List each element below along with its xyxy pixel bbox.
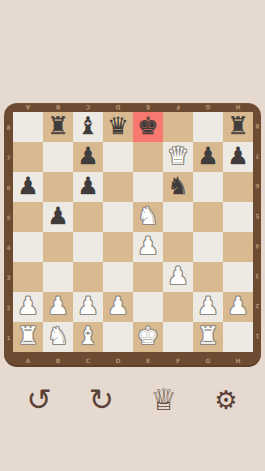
- rank-labels-right: 87654321: [253, 112, 262, 352]
- square-g7[interactable]: ♟: [193, 142, 223, 172]
- undo-icon: ↺: [26, 380, 51, 420]
- square-a7[interactable]: [13, 142, 43, 172]
- file-labels-bottom: ABCDEFGH: [13, 354, 253, 366]
- square-d5[interactable]: [103, 202, 133, 232]
- piece-white-bishop: ♝: [77, 321, 99, 351]
- square-b2[interactable]: ♟: [43, 292, 73, 322]
- square-a3[interactable]: [13, 262, 43, 292]
- square-g1[interactable]: ♜: [193, 322, 223, 352]
- undo-button[interactable]: ↺: [21, 380, 57, 420]
- square-f5[interactable]: [163, 202, 193, 232]
- piece-white-pawn: ♟: [47, 291, 69, 321]
- square-b8[interactable]: ♜: [43, 112, 73, 142]
- square-f2[interactable]: [163, 292, 193, 322]
- app-screen: ABCDEFGH 87654321 87654321 ♜♝♛♚♜♟♛♟♟♟♟♞♟…: [0, 0, 265, 471]
- square-c5[interactable]: [73, 202, 103, 232]
- square-d7[interactable]: [103, 142, 133, 172]
- square-f8[interactable]: [163, 112, 193, 142]
- piece-black-bishop: ♝: [77, 111, 99, 141]
- square-h4[interactable]: [223, 232, 253, 262]
- square-h8[interactable]: ♜: [223, 112, 253, 142]
- square-h3[interactable]: [223, 262, 253, 292]
- rank-labels-left: 87654321: [4, 112, 13, 352]
- piece-black-king: ♚: [137, 111, 159, 141]
- settings-icon: ⚙: [214, 380, 237, 420]
- square-c6[interactable]: ♟: [73, 172, 103, 202]
- settings-button[interactable]: ⚙: [208, 380, 244, 420]
- rank-label-left-5: 5: [4, 202, 13, 232]
- file-label-top-g: G: [193, 103, 223, 112]
- square-e5[interactable]: ♞: [133, 202, 163, 232]
- square-a1[interactable]: ♜: [13, 322, 43, 352]
- square-d4[interactable]: [103, 232, 133, 262]
- rank-label-right-8: 8: [253, 112, 262, 142]
- piece-white-rook: ♜: [197, 321, 219, 351]
- file-label-top-f: F: [163, 103, 193, 112]
- crown-icon: ♕: [150, 380, 177, 420]
- square-f4[interactable]: [163, 232, 193, 262]
- piece-black-pawn: ♟: [197, 141, 219, 171]
- file-label-bottom-g: G: [193, 354, 223, 366]
- rank-label-right-2: 2: [253, 292, 262, 322]
- chess-board: ABCDEFGH 87654321 87654321 ♜♝♛♚♜♟♛♟♟♟♟♞♟…: [4, 103, 261, 367]
- square-g6[interactable]: [193, 172, 223, 202]
- piece-black-knight: ♞: [167, 171, 189, 201]
- piece-black-pawn: ♟: [227, 141, 249, 171]
- square-b1[interactable]: ♞: [43, 322, 73, 352]
- square-b7[interactable]: [43, 142, 73, 172]
- square-g4[interactable]: [193, 232, 223, 262]
- redo-button[interactable]: ↻: [83, 380, 119, 420]
- square-d2[interactable]: ♟: [103, 292, 133, 322]
- board-grid: ♜♝♛♚♜♟♛♟♟♟♟♞♟♞♟♟♟♟♟♟♟♟♜♞♝♚♜: [13, 112, 253, 352]
- square-f1[interactable]: [163, 322, 193, 352]
- square-d6[interactable]: [103, 172, 133, 202]
- rank-label-right-3: 3: [253, 262, 262, 292]
- square-e1[interactable]: ♚: [133, 322, 163, 352]
- piece-white-knight: ♞: [47, 321, 69, 351]
- file-label-bottom-f: F: [163, 354, 193, 366]
- piece-white-queen: ♛: [167, 141, 189, 171]
- piece-black-pawn: ♟: [77, 141, 99, 171]
- rank-label-left-4: 4: [4, 232, 13, 262]
- piece-white-pawn: ♟: [77, 291, 99, 321]
- square-h5[interactable]: [223, 202, 253, 232]
- redo-icon: ↻: [89, 380, 114, 420]
- rank-label-left-7: 7: [4, 142, 13, 172]
- piece-white-pawn: ♟: [137, 231, 159, 261]
- rank-label-right-6: 6: [253, 172, 262, 202]
- crown-button[interactable]: ♕: [146, 380, 182, 420]
- square-g2[interactable]: ♟: [193, 292, 223, 322]
- piece-black-rook: ♜: [227, 111, 249, 141]
- piece-black-pawn: ♟: [17, 171, 39, 201]
- square-d8[interactable]: ♛: [103, 112, 133, 142]
- square-f6[interactable]: ♞: [163, 172, 193, 202]
- square-b3[interactable]: [43, 262, 73, 292]
- rank-label-right-4: 4: [253, 232, 262, 262]
- square-e3[interactable]: [133, 262, 163, 292]
- square-e6[interactable]: [133, 172, 163, 202]
- square-a5[interactable]: [13, 202, 43, 232]
- piece-white-rook: ♜: [17, 321, 39, 351]
- file-label-bottom-a: A: [13, 354, 43, 366]
- square-e4[interactable]: ♟: [133, 232, 163, 262]
- square-c8[interactable]: ♝: [73, 112, 103, 142]
- file-label-bottom-c: C: [73, 354, 103, 366]
- square-a4[interactable]: [13, 232, 43, 262]
- piece-black-rook: ♜: [47, 111, 69, 141]
- square-e8[interactable]: ♚: [133, 112, 163, 142]
- rank-label-left-3: 3: [4, 262, 13, 292]
- square-c1[interactable]: ♝: [73, 322, 103, 352]
- piece-white-pawn: ♟: [107, 291, 129, 321]
- square-a8[interactable]: [13, 112, 43, 142]
- square-g8[interactable]: [193, 112, 223, 142]
- rank-label-right-5: 5: [253, 202, 262, 232]
- piece-black-pawn: ♟: [47, 201, 69, 231]
- square-d1[interactable]: [103, 322, 133, 352]
- file-label-bottom-h: H: [223, 354, 253, 366]
- square-h6[interactable]: [223, 172, 253, 202]
- square-b6[interactable]: [43, 172, 73, 202]
- piece-white-knight: ♞: [137, 201, 159, 231]
- square-h7[interactable]: ♟: [223, 142, 253, 172]
- piece-white-pawn: ♟: [227, 291, 249, 321]
- file-label-bottom-b: B: [43, 354, 73, 366]
- square-c3[interactable]: [73, 262, 103, 292]
- square-a2[interactable]: ♟: [13, 292, 43, 322]
- square-g3[interactable]: [193, 262, 223, 292]
- square-d3[interactable]: [103, 262, 133, 292]
- rank-label-right-1: 1: [253, 322, 262, 352]
- square-e2[interactable]: [133, 292, 163, 322]
- piece-white-pawn: ♟: [167, 261, 189, 291]
- square-f7[interactable]: ♛: [163, 142, 193, 172]
- file-label-bottom-e: E: [133, 354, 163, 366]
- square-b5[interactable]: ♟: [43, 202, 73, 232]
- square-e7[interactable]: [133, 142, 163, 172]
- square-c2[interactable]: ♟: [73, 292, 103, 322]
- square-a6[interactable]: ♟: [13, 172, 43, 202]
- toolbar: ↺↻♕⚙: [0, 379, 265, 421]
- square-h2[interactable]: ♟: [223, 292, 253, 322]
- square-b4[interactable]: [43, 232, 73, 262]
- file-label-bottom-d: D: [103, 354, 133, 366]
- file-label-top-a: A: [13, 103, 43, 112]
- piece-white-pawn: ♟: [197, 291, 219, 321]
- square-c4[interactable]: [73, 232, 103, 262]
- square-g5[interactable]: [193, 202, 223, 232]
- piece-white-pawn: ♟: [17, 291, 39, 321]
- rank-label-left-1: 1: [4, 322, 13, 352]
- square-h1[interactable]: [223, 322, 253, 352]
- rank-label-left-6: 6: [4, 172, 13, 202]
- piece-white-king: ♚: [137, 321, 159, 351]
- rank-label-left-8: 8: [4, 112, 13, 142]
- square-c7[interactable]: ♟: [73, 142, 103, 172]
- rank-label-left-2: 2: [4, 292, 13, 322]
- piece-black-queen: ♛: [107, 111, 129, 141]
- piece-black-pawn: ♟: [77, 171, 99, 201]
- rank-label-right-7: 7: [253, 142, 262, 172]
- square-f3[interactable]: ♟: [163, 262, 193, 292]
